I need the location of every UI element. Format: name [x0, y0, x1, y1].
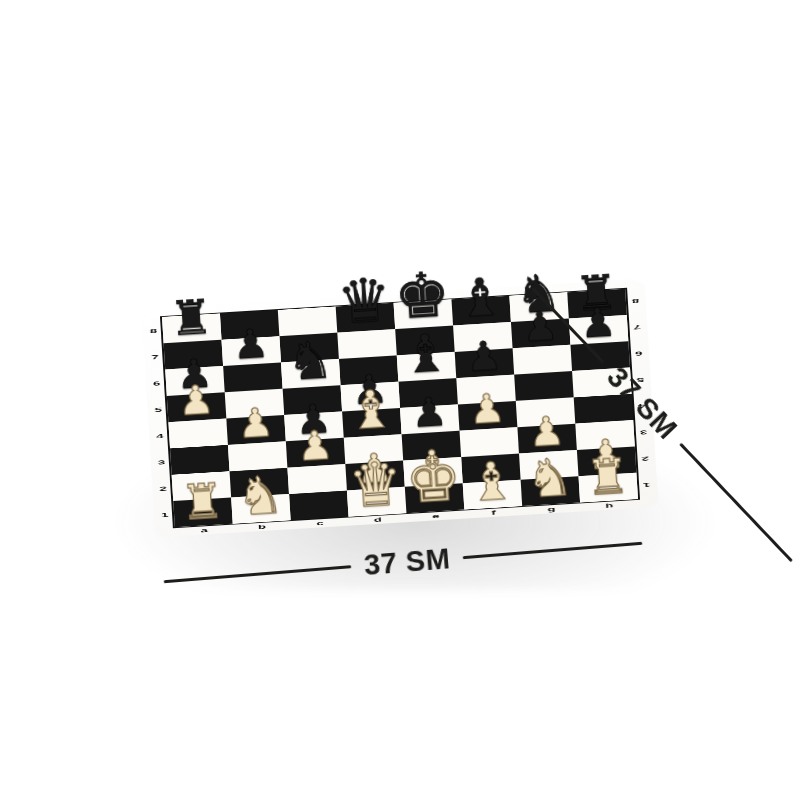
square-d4: ♝ — [342, 408, 401, 438]
square-f4: ♟ — [458, 401, 517, 431]
square-g3: ♟ — [517, 424, 576, 454]
dimension-line — [164, 565, 352, 583]
rank-label-6: 6 — [630, 340, 647, 367]
square-h3 — [575, 420, 634, 450]
square-g4 — [516, 397, 575, 427]
rank-label-6: 6 — [148, 370, 165, 397]
rank-label-7: 7 — [629, 314, 646, 341]
rank-label-4: 4 — [151, 422, 168, 449]
square-a3 — [170, 445, 229, 475]
square-a5: ♟ — [167, 392, 226, 422]
square-c4: ♟ — [284, 412, 343, 442]
rank-label-8: 8 — [627, 288, 644, 315]
square-e4: ♟ — [400, 404, 459, 434]
square-b5 — [225, 389, 284, 419]
dimension-line — [463, 542, 642, 559]
width-dimension-label: 37 SM — [363, 542, 452, 582]
rank-label-5: 5 — [150, 396, 167, 423]
product-photo: 87654321 87654321 abcdefgh ♜♛♚♝♞♜♟♟♟♟♞♝♟… — [0, 0, 800, 800]
square-f5 — [456, 375, 515, 405]
rank-label-7: 7 — [147, 343, 164, 370]
square-b4: ♟ — [226, 415, 285, 445]
square-a4 — [168, 419, 227, 449]
rank-label-3: 3 — [153, 449, 170, 476]
square-f3 — [459, 427, 518, 457]
square-c5 — [283, 385, 342, 415]
